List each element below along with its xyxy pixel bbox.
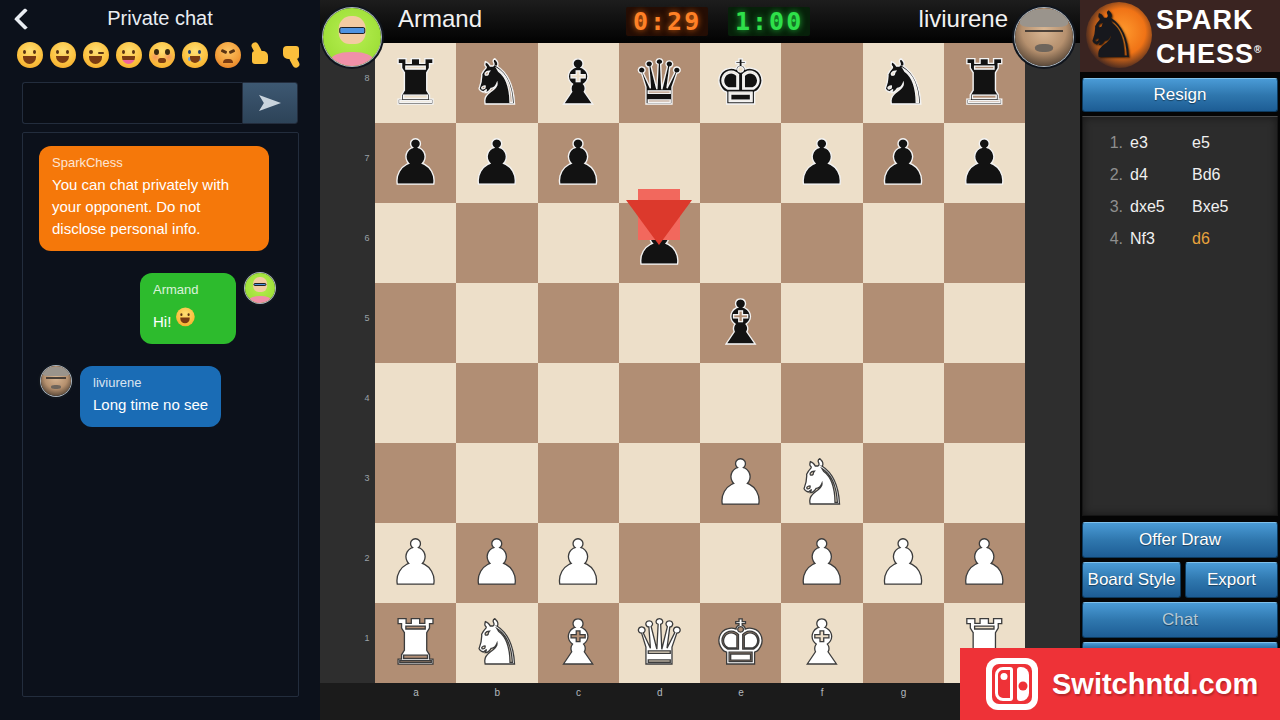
white-bishop-c1[interactable]: ♝ <box>550 612 606 674</box>
square-c3[interactable] <box>538 443 619 523</box>
black-king-e8[interactable]: ♚ <box>713 52 769 114</box>
armand-message: Armand Hi! <box>140 273 236 344</box>
black-pawn-h7[interactable]: ♟ <box>957 132 1013 194</box>
white-pawn-g2[interactable]: ♟ <box>875 532 931 594</box>
send-button[interactable] <box>242 82 298 124</box>
message-row: liviurene Long time no see <box>23 366 298 427</box>
white-pawn-c2[interactable]: ♟ <box>550 532 606 594</box>
rank-label-2: 2 <box>360 553 374 563</box>
black-knight-g8[interactable]: ♞ <box>875 52 931 114</box>
file-label-g: g <box>863 687 945 698</box>
move-row: 2.d4Bd6 <box>1083 159 1277 191</box>
logo-text: SPARK CHESS® <box>1156 6 1262 69</box>
square-f6[interactable] <box>781 203 862 283</box>
square-a1[interactable]: ♜ <box>375 603 456 683</box>
message-text: Hi! <box>153 301 223 333</box>
square-c2[interactable]: ♟ <box>538 523 619 603</box>
rank-label-5: 5 <box>360 313 374 323</box>
message-sender: liviurene <box>93 375 208 390</box>
white-queen-d1[interactable]: ♛ <box>632 612 688 674</box>
square-d2[interactable] <box>619 523 700 603</box>
thumb-down-emoji-icon[interactable] <box>279 42 303 68</box>
square-d5[interactable] <box>619 283 700 363</box>
white-pawn-h2[interactable]: ♟ <box>957 532 1013 594</box>
sidebar: ♞ SPARK CHESS® Resign 1.e3e52.d4Bd63.dxe… <box>1080 0 1280 720</box>
square-f3[interactable]: ♞ <box>781 443 862 523</box>
chat-header: Private chat <box>0 0 320 36</box>
square-c6[interactable] <box>538 203 619 283</box>
message-sender: SparkChess <box>52 155 256 170</box>
move-row: 1.e3e5 <box>1083 127 1277 159</box>
square-a6[interactable] <box>375 203 456 283</box>
square-h3[interactable] <box>944 443 1025 523</box>
square-g4[interactable] <box>863 363 944 443</box>
move-number: 4. <box>1097 230 1123 248</box>
chess-board: ♜♞♝♛♚♞♜♟♟♟♟♟♟♟♝♟♞♟♟♟♟♟♟♜♞♝♛♚♝♜ <box>375 43 1025 683</box>
square-h6[interactable] <box>944 203 1025 283</box>
white-move[interactable]: dxe5 <box>1130 198 1192 216</box>
square-g5[interactable] <box>863 283 944 363</box>
message-text: You can chat privately with your opponen… <box>52 174 256 240</box>
black-move[interactable]: e5 <box>1192 134 1210 152</box>
sparkchess-app: Private chat SparkChess You can chat pri… <box>0 0 1280 720</box>
file-label-b: b <box>456 687 538 698</box>
flushed-emoji-icon[interactable] <box>149 42 175 68</box>
board-section: Armand 0:29 1:00 liviurene ♜♞♝♛♚♞♜♟♟♟♟♟♟… <box>320 0 1080 720</box>
file-label-e: e <box>700 687 782 698</box>
black-rook-h8[interactable]: ♜ <box>957 52 1013 114</box>
move-list: 1.e3e52.d4Bd63.dxe5Bxe54.Nf3d6 <box>1082 116 1278 516</box>
square-b1[interactable]: ♞ <box>456 603 537 683</box>
square-f4[interactable] <box>781 363 862 443</box>
smile-emoji-icon[interactable] <box>50 42 76 68</box>
black-clock: 1:00 <box>728 7 810 36</box>
square-b4[interactable] <box>456 363 537 443</box>
square-b3[interactable] <box>456 443 537 523</box>
square-e1[interactable]: ♚ <box>700 603 781 683</box>
square-d4[interactable] <box>619 363 700 443</box>
file-label-f: f <box>781 687 863 698</box>
nintendo-switch-icon <box>986 658 1038 710</box>
chat-button[interactable]: Chat <box>1082 602 1278 638</box>
black-move[interactable]: d6 <box>1192 230 1210 248</box>
switchntd-banner: Switchntd.com <box>960 648 1280 720</box>
square-g3[interactable] <box>863 443 944 523</box>
square-a8[interactable]: ♜ <box>375 43 456 123</box>
system-message: SparkChess You can chat privately with y… <box>39 146 269 251</box>
wink-emoji-icon[interactable] <box>83 42 109 68</box>
square-c4[interactable] <box>538 363 619 443</box>
square-b7[interactable]: ♟ <box>456 123 537 203</box>
smile-emoji-icon <box>176 307 195 326</box>
rank-label-8: 8 <box>360 73 374 83</box>
square-c1[interactable]: ♝ <box>538 603 619 683</box>
square-e3[interactable]: ♟ <box>700 443 781 523</box>
knight-logo-icon: ♞ <box>1082 0 1139 72</box>
move-number: 1. <box>1097 134 1123 152</box>
black-pawn-g7[interactable]: ♟ <box>875 132 931 194</box>
black-knight-b8[interactable]: ♞ <box>469 52 525 114</box>
black-player-name: liviurene <box>919 5 1008 33</box>
black-queen-d8[interactable]: ♛ <box>632 52 688 114</box>
black-move[interactable]: Bxe5 <box>1192 198 1228 216</box>
liviurene-message: liviurene Long time no see <box>80 366 221 427</box>
export-button[interactable]: Export <box>1185 562 1278 598</box>
white-knight-b1[interactable]: ♞ <box>469 612 525 674</box>
chat-title: Private chat <box>0 0 320 36</box>
square-h5[interactable] <box>944 283 1025 363</box>
square-g6[interactable] <box>863 203 944 283</box>
armand-avatar <box>323 8 381 66</box>
liviurene-avatar <box>41 366 71 396</box>
file-label-d: d <box>619 687 701 698</box>
file-label-c: c <box>538 687 620 698</box>
white-pawn-b2[interactable]: ♟ <box>469 532 525 594</box>
square-f1[interactable]: ♝ <box>781 603 862 683</box>
square-b2[interactable]: ♟ <box>456 523 537 603</box>
square-e7[interactable] <box>700 123 781 203</box>
black-bishop-e5[interactable]: ♝ <box>713 292 769 354</box>
square-a5[interactable] <box>375 283 456 363</box>
message-sender: Armand <box>153 282 223 297</box>
square-b8[interactable]: ♞ <box>456 43 537 123</box>
square-a4[interactable] <box>375 363 456 443</box>
offer-draw-button[interactable]: Offer Draw <box>1082 522 1278 558</box>
file-label-a: a <box>375 687 457 698</box>
back-chevron-icon[interactable] <box>8 6 34 32</box>
square-f5[interactable] <box>781 283 862 363</box>
square-e5[interactable]: ♝ <box>700 283 781 363</box>
chat-messages-container: SparkChess You can chat privately with y… <box>22 132 299 697</box>
square-h2[interactable]: ♟ <box>944 523 1025 603</box>
square-h8[interactable]: ♜ <box>944 43 1025 123</box>
liviurene-avatar <box>1015 8 1073 66</box>
square-b6[interactable] <box>456 203 537 283</box>
message-text: Long time no see <box>93 394 208 416</box>
white-knight-f3[interactable]: ♞ <box>794 452 850 514</box>
square-g1[interactable] <box>863 603 944 683</box>
white-bishop-f1[interactable]: ♝ <box>794 612 850 674</box>
square-e2[interactable] <box>700 523 781 603</box>
square-c7[interactable]: ♟ <box>538 123 619 203</box>
rank-label-7: 7 <box>360 153 374 163</box>
white-move[interactable]: d4 <box>1130 166 1192 184</box>
angry-emoji-icon[interactable] <box>215 42 241 68</box>
white-pawn-a2[interactable]: ♟ <box>388 532 444 594</box>
move-number: 2. <box>1097 166 1123 184</box>
armand-avatar <box>245 273 275 303</box>
resign-button[interactable]: Resign <box>1082 78 1278 112</box>
black-move[interactable]: Bd6 <box>1192 166 1220 184</box>
grin-emoji-icon[interactable] <box>17 42 43 68</box>
cry-emoji-icon[interactable] <box>182 42 208 68</box>
chat-message-input[interactable] <box>22 82 242 124</box>
sparkchess-logo: ♞ SPARK CHESS® <box>1080 0 1280 72</box>
black-pawn-c7[interactable]: ♟ <box>550 132 606 194</box>
square-f2[interactable]: ♟ <box>781 523 862 603</box>
white-pawn-f2[interactable]: ♟ <box>794 532 850 594</box>
banner-text: Switchntd.com <box>1052 668 1258 701</box>
private-chat-panel: Private chat SparkChess You can chat pri… <box>0 0 320 720</box>
square-e4[interactable] <box>700 363 781 443</box>
square-e6[interactable] <box>700 203 781 283</box>
square-g7[interactable]: ♟ <box>863 123 944 203</box>
emoji-row <box>0 36 320 72</box>
square-f7[interactable]: ♟ <box>781 123 862 203</box>
square-f8[interactable] <box>781 43 862 123</box>
black-rook-a8[interactable]: ♜ <box>388 52 444 114</box>
game-header-bar: Armand 0:29 1:00 liviurene <box>320 0 1080 43</box>
white-pawn-e3[interactable]: ♟ <box>713 452 769 514</box>
square-h4[interactable] <box>944 363 1025 443</box>
square-a7[interactable]: ♟ <box>375 123 456 203</box>
white-move[interactable]: e3 <box>1130 134 1192 152</box>
black-pawn-b7[interactable]: ♟ <box>469 132 525 194</box>
square-a2[interactable]: ♟ <box>375 523 456 603</box>
move-number: 3. <box>1097 198 1123 216</box>
white-move[interactable]: Nf3 <box>1130 230 1192 248</box>
black-pawn-f7[interactable]: ♟ <box>794 132 850 194</box>
white-king-e1[interactable]: ♚ <box>713 612 769 674</box>
black-pawn-a7[interactable]: ♟ <box>388 132 444 194</box>
last-move-arrow-head <box>626 200 692 245</box>
rank-label-3: 3 <box>360 473 374 483</box>
square-g2[interactable]: ♟ <box>863 523 944 603</box>
square-c8[interactable]: ♝ <box>538 43 619 123</box>
chat-input-row <box>22 82 298 124</box>
thumb-up-emoji-icon[interactable] <box>248 42 272 68</box>
rank-label-4: 4 <box>360 393 374 403</box>
tongue-emoji-icon[interactable] <box>116 42 142 68</box>
square-c5[interactable] <box>538 283 619 363</box>
white-player-name: Armand <box>398 5 482 33</box>
rank-label-1: 1 <box>360 633 374 643</box>
rank-label-6: 6 <box>360 233 374 243</box>
board-style-button[interactable]: Board Style <box>1082 562 1181 598</box>
square-h7[interactable]: ♟ <box>944 123 1025 203</box>
square-g8[interactable]: ♞ <box>863 43 944 123</box>
black-bishop-c8[interactable]: ♝ <box>550 52 606 114</box>
white-clock: 0:29 <box>626 7 708 36</box>
square-d1[interactable]: ♛ <box>619 603 700 683</box>
square-d3[interactable] <box>619 443 700 523</box>
square-a3[interactable] <box>375 443 456 523</box>
white-rook-a1[interactable]: ♜ <box>388 612 444 674</box>
square-e8[interactable]: ♚ <box>700 43 781 123</box>
move-row: 3.dxe5Bxe5 <box>1083 191 1277 223</box>
send-paper-plane-icon <box>259 95 281 111</box>
square-b5[interactable] <box>456 283 537 363</box>
message-row: Armand Hi! <box>23 273 298 344</box>
square-d8[interactable]: ♛ <box>619 43 700 123</box>
move-row: 4.Nf3d6 <box>1083 223 1277 255</box>
